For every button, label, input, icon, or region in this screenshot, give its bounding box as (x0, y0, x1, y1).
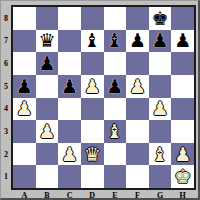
piece-white-king: ♚ (174, 167, 191, 186)
square-b2[interactable] (36, 143, 59, 166)
square-e8[interactable] (104, 7, 127, 30)
square-f2[interactable] (126, 143, 149, 166)
piece-black-bishop: ♝ (84, 31, 101, 50)
square-g7[interactable]: ♟ (149, 30, 172, 53)
piece-white-bishop: ♝ (106, 122, 123, 141)
square-f7[interactable]: ♟ (126, 30, 149, 53)
square-b1[interactable] (36, 165, 59, 188)
square-a6[interactable] (13, 52, 36, 75)
piece-black-bishop: ♝ (106, 31, 123, 50)
square-a4[interactable]: ♟ (13, 98, 36, 121)
file-label-d: D (81, 190, 104, 200)
square-a3[interactable] (13, 120, 36, 143)
piece-white-pawn: ♟ (38, 122, 55, 141)
file-labels: ABCDEFGH (13, 190, 194, 200)
square-a8[interactable] (13, 7, 36, 30)
piece-white-pawn: ♟ (16, 99, 33, 118)
square-e1[interactable] (104, 165, 127, 188)
piece-black-pawn: ♟ (129, 31, 146, 50)
rank-label-5: 5 (1, 75, 11, 98)
rank-label-3: 3 (1, 120, 11, 143)
square-b5[interactable] (36, 75, 59, 98)
piece-white-pawn: ♟ (129, 77, 146, 96)
piece-white-bishop: ♝ (152, 145, 169, 164)
square-h8[interactable] (171, 7, 194, 30)
square-c2[interactable]: ♟ (58, 143, 81, 166)
rank-label-8: 8 (1, 7, 11, 30)
square-g5[interactable] (149, 75, 172, 98)
square-g1[interactable] (149, 165, 172, 188)
file-label-f: F (126, 190, 149, 200)
square-c8[interactable] (58, 7, 81, 30)
square-d6[interactable] (81, 52, 104, 75)
square-h7[interactable]: ♟ (171, 30, 194, 53)
rank-label-4: 4 (1, 98, 11, 121)
piece-black-pawn: ♟ (106, 77, 123, 96)
square-c7[interactable] (58, 30, 81, 53)
piece-white-pawn: ♟ (152, 99, 169, 118)
square-a1[interactable] (13, 165, 36, 188)
square-b8[interactable] (36, 7, 59, 30)
piece-white-queen: ♛ (84, 145, 101, 164)
square-g4[interactable]: ♟ (149, 98, 172, 121)
square-f8[interactable] (126, 7, 149, 30)
square-d8[interactable] (81, 7, 104, 30)
piece-white-pawn: ♟ (174, 145, 191, 164)
square-e6[interactable] (104, 52, 127, 75)
square-f3[interactable] (126, 120, 149, 143)
square-b3[interactable]: ♟ (36, 120, 59, 143)
square-b7[interactable]: ♛ (36, 30, 59, 53)
square-g6[interactable] (149, 52, 172, 75)
square-h6[interactable] (171, 52, 194, 75)
square-e4[interactable] (104, 98, 127, 121)
square-d3[interactable] (81, 120, 104, 143)
piece-black-pawn: ♟ (174, 31, 191, 50)
rank-label-1: 1 (1, 165, 11, 188)
square-a7[interactable] (13, 30, 36, 53)
square-e7[interactable]: ♝ (104, 30, 127, 53)
square-h2[interactable]: ♟ (171, 143, 194, 166)
square-f1[interactable] (126, 165, 149, 188)
square-d5[interactable]: ♟ (81, 75, 104, 98)
board-frame: 87654321 ♚♛♝♝♟♟♟♟♟♟♟♟♟♟♟♟♝♟♛♝♟♚ ABCDEFGH (0, 0, 200, 200)
square-b4[interactable] (36, 98, 59, 121)
piece-black-pawn: ♟ (61, 77, 78, 96)
file-label-b: B (36, 190, 59, 200)
square-c6[interactable] (58, 52, 81, 75)
square-a5[interactable]: ♟ (13, 75, 36, 98)
square-g2[interactable]: ♝ (149, 143, 172, 166)
piece-black-pawn: ♟ (16, 77, 33, 96)
square-c5[interactable]: ♟ (58, 75, 81, 98)
square-h5[interactable] (171, 75, 194, 98)
square-f4[interactable] (126, 98, 149, 121)
square-d4[interactable] (81, 98, 104, 121)
piece-black-queen: ♛ (38, 31, 55, 50)
file-label-e: E (104, 190, 127, 200)
rank-labels: 87654321 (1, 7, 11, 188)
rank-label-7: 7 (1, 30, 11, 53)
square-g3[interactable] (149, 120, 172, 143)
piece-black-king: ♚ (152, 9, 169, 28)
square-g8[interactable]: ♚ (149, 7, 172, 30)
square-e5[interactable]: ♟ (104, 75, 127, 98)
piece-white-pawn: ♟ (61, 145, 78, 164)
chess-board: ♚♛♝♝♟♟♟♟♟♟♟♟♟♟♟♟♝♟♛♝♟♚ (11, 5, 196, 190)
square-a2[interactable] (13, 143, 36, 166)
square-e3[interactable]: ♝ (104, 120, 127, 143)
square-h3[interactable] (171, 120, 194, 143)
file-label-g: G (149, 190, 172, 200)
file-label-c: C (58, 190, 81, 200)
piece-white-pawn: ♟ (84, 77, 101, 96)
square-f6[interactable] (126, 52, 149, 75)
piece-black-pawn: ♟ (152, 31, 169, 50)
rank-label-2: 2 (1, 143, 11, 166)
square-c4[interactable] (58, 98, 81, 121)
square-d7[interactable]: ♝ (81, 30, 104, 53)
square-h1[interactable]: ♚ (171, 165, 194, 188)
file-label-h: H (171, 190, 194, 200)
square-e2[interactable] (104, 143, 127, 166)
square-c1[interactable] (58, 165, 81, 188)
piece-black-pawn: ♟ (38, 54, 55, 73)
square-d1[interactable] (81, 165, 104, 188)
square-d2[interactable]: ♛ (81, 143, 104, 166)
square-c3[interactable] (58, 120, 81, 143)
rank-label-6: 6 (1, 52, 11, 75)
file-label-a: A (13, 190, 36, 200)
square-h4[interactable] (171, 98, 194, 121)
square-b6[interactable]: ♟ (36, 52, 59, 75)
square-f5[interactable]: ♟ (126, 75, 149, 98)
